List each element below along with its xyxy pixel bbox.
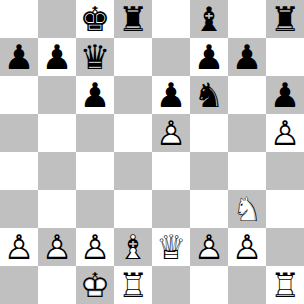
square-d7[interactable] bbox=[114, 38, 152, 76]
piece-black-rook: ♜ bbox=[114, 0, 152, 38]
piece-black-rook: ♜ bbox=[266, 0, 304, 38]
square-f7[interactable]: ♟ bbox=[190, 38, 228, 76]
square-a7[interactable]: ♟ bbox=[0, 38, 38, 76]
square-h6[interactable]: ♟ bbox=[266, 76, 304, 114]
square-e1[interactable] bbox=[152, 266, 190, 304]
square-g8[interactable] bbox=[228, 0, 266, 38]
square-a5[interactable] bbox=[0, 114, 38, 152]
piece-white-pawn: ♙ bbox=[0, 228, 38, 266]
square-f2[interactable]: ♙ bbox=[190, 228, 228, 266]
piece-white-queen: ♕ bbox=[152, 228, 190, 266]
piece-white-king: ♔ bbox=[76, 266, 114, 304]
square-c7[interactable]: ♛ bbox=[76, 38, 114, 76]
square-e7[interactable] bbox=[152, 38, 190, 76]
square-g1[interactable] bbox=[228, 266, 266, 304]
square-f1[interactable] bbox=[190, 266, 228, 304]
piece-black-king: ♚ bbox=[76, 0, 114, 38]
square-b2[interactable]: ♙ bbox=[38, 228, 76, 266]
square-c1[interactable]: ♔ bbox=[76, 266, 114, 304]
square-e6[interactable]: ♟ bbox=[152, 76, 190, 114]
square-c4[interactable] bbox=[76, 152, 114, 190]
square-d5[interactable] bbox=[114, 114, 152, 152]
square-b8[interactable] bbox=[38, 0, 76, 38]
square-d4[interactable] bbox=[114, 152, 152, 190]
piece-black-pawn: ♟ bbox=[190, 38, 228, 76]
piece-white-pawn: ♙ bbox=[190, 228, 228, 266]
square-c8[interactable]: ♚ bbox=[76, 0, 114, 38]
square-h7[interactable] bbox=[266, 38, 304, 76]
piece-white-pawn: ♙ bbox=[228, 228, 266, 266]
square-e2[interactable]: ♕ bbox=[152, 228, 190, 266]
square-a2[interactable]: ♙ bbox=[0, 228, 38, 266]
square-c3[interactable] bbox=[76, 190, 114, 228]
square-e5[interactable]: ♙ bbox=[152, 114, 190, 152]
square-g4[interactable] bbox=[228, 152, 266, 190]
piece-black-pawn: ♟ bbox=[228, 38, 266, 76]
square-c5[interactable] bbox=[76, 114, 114, 152]
piece-black-pawn: ♟ bbox=[266, 76, 304, 114]
piece-white-knight: ♘ bbox=[228, 190, 266, 228]
square-a8[interactable] bbox=[0, 0, 38, 38]
square-e4[interactable] bbox=[152, 152, 190, 190]
square-f5[interactable] bbox=[190, 114, 228, 152]
square-a6[interactable] bbox=[0, 76, 38, 114]
square-b7[interactable]: ♟ bbox=[38, 38, 76, 76]
piece-black-pawn: ♟ bbox=[152, 76, 190, 114]
piece-white-pawn: ♙ bbox=[38, 228, 76, 266]
square-b4[interactable] bbox=[38, 152, 76, 190]
square-f8[interactable]: ♝ bbox=[190, 0, 228, 38]
square-d3[interactable] bbox=[114, 190, 152, 228]
square-b5[interactable] bbox=[38, 114, 76, 152]
square-g7[interactable]: ♟ bbox=[228, 38, 266, 76]
square-b1[interactable] bbox=[38, 266, 76, 304]
square-g5[interactable] bbox=[228, 114, 266, 152]
square-e3[interactable] bbox=[152, 190, 190, 228]
square-d2[interactable]: ♗ bbox=[114, 228, 152, 266]
square-g3[interactable]: ♘ bbox=[228, 190, 266, 228]
square-b6[interactable] bbox=[38, 76, 76, 114]
square-g6[interactable] bbox=[228, 76, 266, 114]
piece-black-pawn: ♟ bbox=[76, 76, 114, 114]
square-h5[interactable]: ♙ bbox=[266, 114, 304, 152]
square-h3[interactable] bbox=[266, 190, 304, 228]
square-f4[interactable] bbox=[190, 152, 228, 190]
piece-black-queen: ♛ bbox=[76, 38, 114, 76]
square-g2[interactable]: ♙ bbox=[228, 228, 266, 266]
square-a3[interactable] bbox=[0, 190, 38, 228]
square-a4[interactable] bbox=[0, 152, 38, 190]
square-d6[interactable] bbox=[114, 76, 152, 114]
square-b3[interactable] bbox=[38, 190, 76, 228]
square-c2[interactable]: ♙ bbox=[76, 228, 114, 266]
piece-black-pawn: ♟ bbox=[38, 38, 76, 76]
piece-white-pawn: ♙ bbox=[76, 228, 114, 266]
piece-black-bishop: ♝ bbox=[190, 0, 228, 38]
piece-black-knight: ♞ bbox=[190, 76, 228, 114]
piece-white-rook: ♖ bbox=[114, 266, 152, 304]
square-f3[interactable] bbox=[190, 190, 228, 228]
square-a1[interactable] bbox=[0, 266, 38, 304]
square-d1[interactable]: ♖ bbox=[114, 266, 152, 304]
piece-black-pawn: ♟ bbox=[0, 38, 38, 76]
square-h2[interactable] bbox=[266, 228, 304, 266]
piece-white-pawn: ♙ bbox=[152, 114, 190, 152]
piece-white-rook: ♖ bbox=[266, 266, 304, 304]
square-f6[interactable]: ♞ bbox=[190, 76, 228, 114]
square-c6[interactable]: ♟ bbox=[76, 76, 114, 114]
square-h1[interactable]: ♖ bbox=[266, 266, 304, 304]
chess-board: ♚♜♝♜♟♟♛♟♟♟♟♞♟♙♙♘♙♙♙♗♕♙♙♔♖♖ bbox=[0, 0, 304, 304]
square-h4[interactable] bbox=[266, 152, 304, 190]
piece-white-bishop: ♗ bbox=[114, 228, 152, 266]
square-d8[interactable]: ♜ bbox=[114, 0, 152, 38]
square-h8[interactable]: ♜ bbox=[266, 0, 304, 38]
piece-white-pawn: ♙ bbox=[266, 114, 304, 152]
square-e8[interactable] bbox=[152, 0, 190, 38]
